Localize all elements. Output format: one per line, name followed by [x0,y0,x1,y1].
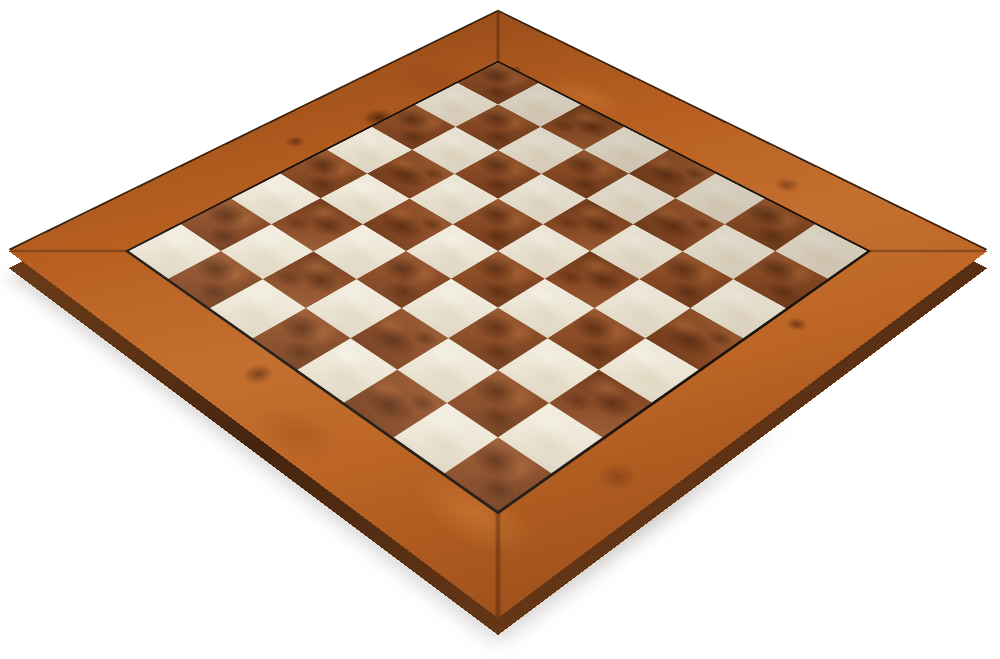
product-photo-scene [0,0,1000,659]
chess-board [9,12,988,618]
